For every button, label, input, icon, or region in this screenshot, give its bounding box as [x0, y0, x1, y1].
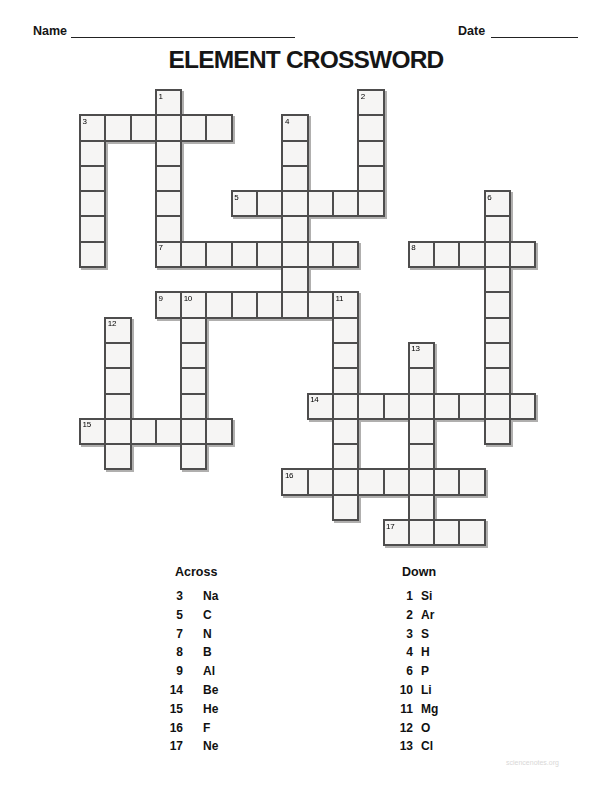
- down-clue-11: 11Mg: [391, 702, 438, 721]
- grid-cell-r10c1[interactable]: [104, 342, 131, 369]
- grid-cell-r15c9[interactable]: [307, 468, 334, 495]
- clue-text: Ne: [203, 739, 218, 758]
- cell-number: 9: [158, 294, 162, 303]
- clue-text: C: [203, 608, 212, 627]
- grid-cell-r1c2[interactable]: [130, 114, 157, 141]
- grid-cell-r8c6[interactable]: [231, 291, 258, 318]
- grid-cell-r1c0[interactable]: 3: [79, 114, 106, 141]
- grid-cell-r13c0[interactable]: 15: [79, 418, 106, 445]
- clue-number: 14: [161, 683, 183, 702]
- clue-text: Al: [203, 664, 215, 683]
- clue-number: 17: [161, 739, 183, 758]
- grid-cell-r15c11[interactable]: [357, 468, 384, 495]
- worksheet-page: Name Date ELEMENT CROSSWORD 123456789101…: [0, 0, 612, 792]
- across-clue-14: 14Be: [161, 683, 218, 702]
- across-clue-17: 17Ne: [161, 739, 218, 758]
- clue-number: 12: [391, 721, 413, 740]
- grid-cell-r12c14[interactable]: [433, 393, 460, 420]
- date-blank-line[interactable]: [491, 37, 578, 38]
- grid-cell-r13c2[interactable]: [130, 418, 157, 445]
- grid-cell-r16c13[interactable]: [408, 494, 435, 521]
- across-clue-15: 15He: [161, 702, 218, 721]
- grid-cell-r3c11[interactable]: [357, 165, 384, 192]
- cell-number: 17: [386, 522, 394, 531]
- grid-cell-r3c0[interactable]: [79, 165, 106, 192]
- grid-cell-r1c11[interactable]: [357, 114, 384, 141]
- down-clues-header: Down: [402, 565, 436, 579]
- clue-text: P: [421, 664, 429, 683]
- cell-number: 13: [411, 344, 419, 353]
- clue-number: 10: [391, 683, 413, 702]
- clue-text: Na: [203, 589, 218, 608]
- grid-cell-r11c16[interactable]: [484, 367, 511, 394]
- down-clue-10: 10Li: [391, 683, 438, 702]
- grid-cell-r5c16[interactable]: [484, 215, 511, 242]
- grid-cell-r9c10[interactable]: [332, 317, 359, 344]
- clue-number: 3: [161, 589, 183, 608]
- down-clue-4: 4H: [391, 645, 438, 664]
- cell-number: 4: [285, 117, 289, 126]
- clue-number: 4: [391, 645, 413, 664]
- cell-number: 5: [234, 193, 238, 202]
- down-clue-3: 3S: [391, 627, 438, 646]
- grid-cell-r14c13[interactable]: [408, 443, 435, 470]
- grid-cell-r14c4[interactable]: [180, 443, 207, 470]
- grid-cell-r8c10[interactable]: 11: [332, 291, 359, 318]
- grid-cell-r12c16[interactable]: [484, 393, 511, 420]
- grid-cell-r13c10[interactable]: [332, 418, 359, 445]
- clue-text: Be: [203, 683, 218, 702]
- clue-text: Ar: [421, 608, 434, 627]
- cell-number: 10: [184, 294, 192, 303]
- grid-cell-r10c16[interactable]: [484, 342, 511, 369]
- grid-cell-r12c15[interactable]: [458, 393, 485, 420]
- across-clue-16: 16F: [161, 721, 218, 740]
- grid-cell-r7c8[interactable]: [281, 266, 308, 293]
- across-clue-8: 8B: [161, 645, 218, 664]
- grid-cell-r15c12[interactable]: [383, 468, 410, 495]
- grid-cell-r6c6[interactable]: [231, 241, 258, 268]
- clue-text: Cl: [421, 739, 433, 758]
- grid-cell-r8c9[interactable]: [307, 291, 334, 318]
- grid-cell-r15c14[interactable]: [433, 468, 460, 495]
- date-label: Date: [458, 24, 485, 38]
- clue-text: B: [203, 645, 212, 664]
- grid-cell-r15c15[interactable]: [458, 468, 485, 495]
- down-clue-13: 13Cl: [391, 739, 438, 758]
- grid-cell-r17c13[interactable]: [408, 519, 435, 546]
- grid-cell-r17c15[interactable]: [458, 519, 485, 546]
- grid-cell-r6c0[interactable]: [79, 241, 106, 268]
- across-clue-7: 7N: [161, 627, 218, 646]
- grid-cell-r8c7[interactable]: [256, 291, 283, 318]
- grid-cell-r12c13[interactable]: [408, 393, 435, 420]
- clue-text: Si: [421, 589, 432, 608]
- grid-cell-r2c3[interactable]: [155, 140, 182, 167]
- grid-cell-r5c8[interactable]: [281, 215, 308, 242]
- clue-number: 6: [391, 664, 413, 683]
- clue-text: F: [203, 721, 210, 740]
- grid-cell-r13c1[interactable]: [104, 418, 131, 445]
- grid-cell-r13c4[interactable]: [180, 418, 207, 445]
- grid-cell-r8c5[interactable]: [205, 291, 232, 318]
- grid-cell-r12c17[interactable]: [509, 393, 536, 420]
- grid-cell-r1c8[interactable]: 4: [281, 114, 308, 141]
- grid-cell-r6c7[interactable]: [256, 241, 283, 268]
- grid-cell-r12c11[interactable]: [357, 393, 384, 420]
- grid-cell-r2c8[interactable]: [281, 140, 308, 167]
- grid-cell-r2c11[interactable]: [357, 140, 384, 167]
- grid-cell-r5c3[interactable]: [155, 215, 182, 242]
- grid-cell-r11c13[interactable]: [408, 367, 435, 394]
- cell-number: 14: [310, 395, 318, 404]
- grid-cell-r17c12[interactable]: 17: [383, 519, 410, 546]
- down-clue-12: 12O: [391, 721, 438, 740]
- grid-cell-r12c10[interactable]: [332, 393, 359, 420]
- grid-cell-r6c16[interactable]: [484, 241, 511, 268]
- clue-number: 5: [161, 608, 183, 627]
- grid-cell-r13c5[interactable]: [205, 418, 232, 445]
- grid-cell-r13c3[interactable]: [155, 418, 182, 445]
- cell-number: 3: [83, 117, 87, 126]
- grid-cell-r1c3[interactable]: [155, 114, 182, 141]
- across-clue-list: 3Na5C7N8B9Al14Be15He16F17Ne: [161, 589, 218, 758]
- across-clue-3: 3Na: [161, 589, 218, 608]
- grid-cell-r8c4[interactable]: 10: [180, 291, 207, 318]
- clue-number: 8: [161, 645, 183, 664]
- grid-cell-r4c0[interactable]: [79, 190, 106, 217]
- clue-text: Li: [421, 683, 432, 702]
- grid-cell-r8c8[interactable]: [281, 291, 308, 318]
- grid-cell-r4c8[interactable]: [281, 190, 308, 217]
- grid-cell-r12c1[interactable]: [104, 393, 131, 420]
- grid-cell-r6c14[interactable]: [433, 241, 460, 268]
- grid-cell-r10c10[interactable]: [332, 342, 359, 369]
- grid-cell-r13c16[interactable]: [484, 418, 511, 445]
- grid-cell-r1c1[interactable]: [104, 114, 131, 141]
- grid-cell-r6c9[interactable]: [307, 241, 334, 268]
- grid-cell-r3c8[interactable]: [281, 165, 308, 192]
- grid-cell-r4c9[interactable]: [307, 190, 334, 217]
- grid-cell-r3c3[interactable]: [155, 165, 182, 192]
- grid-cell-r1c4[interactable]: [180, 114, 207, 141]
- grid-cell-r2c0[interactable]: [79, 140, 106, 167]
- grid-cell-r4c16[interactable]: 6: [484, 190, 511, 217]
- grid-cell-r11c1[interactable]: [104, 367, 131, 394]
- grid-cell-r1c5[interactable]: [205, 114, 232, 141]
- grid-cell-r6c3[interactable]: 7: [155, 241, 182, 268]
- clue-number: 16: [161, 721, 183, 740]
- grid-cell-r11c10[interactable]: [332, 367, 359, 394]
- name-label: Name: [33, 24, 67, 38]
- clue-text: Mg: [421, 702, 438, 721]
- grid-cell-r5c0[interactable]: [79, 215, 106, 242]
- cell-number: 6: [487, 193, 491, 202]
- grid-cell-r6c5[interactable]: [205, 241, 232, 268]
- grid-cell-r13c13[interactable]: [408, 418, 435, 445]
- clue-number: 2: [391, 608, 413, 627]
- cell-number: 7: [158, 243, 162, 252]
- cell-number: 15: [83, 420, 91, 429]
- page-title: ELEMENT CROSSWORD: [0, 46, 612, 74]
- clue-text: He: [203, 702, 218, 721]
- grid-cell-r9c16[interactable]: [484, 317, 511, 344]
- cell-number: 1: [158, 92, 162, 101]
- cell-number: 2: [361, 92, 365, 101]
- grid-cell-r0c3[interactable]: 1: [155, 89, 182, 116]
- across-clues-header: Across: [175, 565, 217, 579]
- watermark: sciencenotes.org: [506, 759, 559, 766]
- grid-cell-r15c8[interactable]: 16: [281, 468, 308, 495]
- grid-cell-r6c8[interactable]: [281, 241, 308, 268]
- grid-cell-r8c3[interactable]: 9: [155, 291, 182, 318]
- name-blank-line[interactable]: [71, 37, 295, 38]
- grid-cell-r12c9[interactable]: 14: [307, 393, 334, 420]
- grid-cell-r15c13[interactable]: [408, 468, 435, 495]
- grid-cell-r15c10[interactable]: [332, 468, 359, 495]
- grid-cell-r4c10[interactable]: [332, 190, 359, 217]
- clue-text: N: [203, 627, 212, 646]
- grid-cell-r4c6[interactable]: 5: [231, 190, 258, 217]
- clue-text: H: [421, 645, 430, 664]
- grid-cell-r8c16[interactable]: [484, 291, 511, 318]
- cell-number: 11: [335, 294, 343, 303]
- down-clue-2: 2Ar: [391, 608, 438, 627]
- across-clue-9: 9Al: [161, 664, 218, 683]
- cell-number: 12: [108, 319, 116, 328]
- grid-cell-r0c11[interactable]: 2: [357, 89, 384, 116]
- grid-cell-r7c16[interactable]: [484, 266, 511, 293]
- grid-cell-r14c10[interactable]: [332, 443, 359, 470]
- grid-cell-r9c1[interactable]: 12: [104, 317, 131, 344]
- cell-number: 16: [285, 471, 293, 480]
- grid-cell-r12c12[interactable]: [383, 393, 410, 420]
- grid-cell-r6c17[interactable]: [509, 241, 536, 268]
- grid-cell-r14c1[interactable]: [104, 443, 131, 470]
- down-clue-list: 1Si2Ar3S4H6P10Li11Mg12O13Cl: [391, 589, 438, 758]
- clue-number: 3: [391, 627, 413, 646]
- grid-cell-r4c3[interactable]: [155, 190, 182, 217]
- grid-cell-r11c4[interactable]: [180, 367, 207, 394]
- down-clue-6: 6P: [391, 664, 438, 683]
- clue-number: 1: [391, 589, 413, 608]
- down-clue-1: 1Si: [391, 589, 438, 608]
- across-clue-5: 5C: [161, 608, 218, 627]
- clue-number: 15: [161, 702, 183, 721]
- grid-cell-r17c14[interactable]: [433, 519, 460, 546]
- grid-cell-r4c7[interactable]: [256, 190, 283, 217]
- grid-cell-r6c15[interactable]: [458, 241, 485, 268]
- grid-cell-r16c10[interactable]: [332, 494, 359, 521]
- grid-cell-r6c4[interactable]: [180, 241, 207, 268]
- crossword-board: 1234567891011121314151617: [80, 90, 535, 545]
- grid-cell-r6c13[interactable]: 8: [408, 241, 435, 268]
- cell-number: 8: [411, 243, 415, 252]
- grid-cell-r6c10[interactable]: [332, 241, 359, 268]
- grid-cell-r12c4[interactable]: [180, 393, 207, 420]
- grid-cell-r4c11[interactable]: [357, 190, 384, 217]
- clue-number: 7: [161, 627, 183, 646]
- grid-cell-r10c13[interactable]: 13: [408, 342, 435, 369]
- grid-cell-r9c4[interactable]: [180, 317, 207, 344]
- clue-text: S: [421, 627, 429, 646]
- clue-number: 13: [391, 739, 413, 758]
- clue-number: 9: [161, 664, 183, 683]
- grid-cell-r10c4[interactable]: [180, 342, 207, 369]
- clue-number: 11: [391, 702, 413, 721]
- clue-text: O: [421, 721, 430, 740]
